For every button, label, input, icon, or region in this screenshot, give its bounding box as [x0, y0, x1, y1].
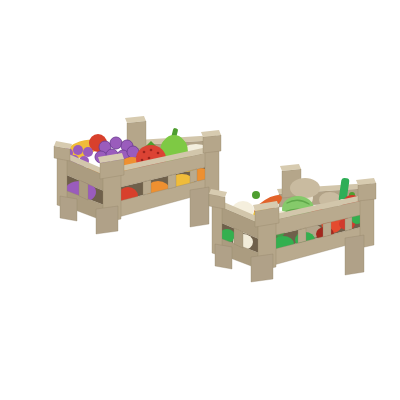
fruit-crate: [54, 116, 221, 234]
photo-canvas: [0, 0, 400, 400]
product-photo: [0, 0, 400, 400]
carrot-top: [252, 191, 260, 199]
vegetable-crate: [209, 164, 376, 282]
